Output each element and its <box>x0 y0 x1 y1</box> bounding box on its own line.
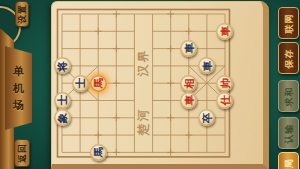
draw-button[interactable]: 求和 <box>278 80 299 112</box>
resign-button[interactable]: 认输 <box>278 117 299 149</box>
piece-char: 馬 <box>93 147 104 158</box>
piece-char: 士 <box>75 78 86 89</box>
piece-black-horse[interactable]: 馬 <box>90 144 107 161</box>
piece-char: 士 <box>57 95 68 106</box>
settings-button[interactable]: 设置 <box>15 1 29 27</box>
piece-char: 馬 <box>93 78 104 89</box>
mode-banner-label: 单机场 <box>13 64 24 113</box>
mode-banner: 单机场 <box>5 46 32 130</box>
piece-red-elephant[interactable]: 相 <box>180 75 197 92</box>
game-screen: 汉界 楚河 将士士象馬車車卒帅仕相馬車車 单机场 设置 返回 联网 保存 求和 … <box>0 0 300 169</box>
save-button[interactable]: 保存 <box>278 42 299 74</box>
online-button[interactable]: 联网 <box>278 7 299 39</box>
board-inner: 汉界 楚河 将士士象馬車車卒帅仕相馬車車 <box>52 2 263 163</box>
piece-char: 仕 <box>220 95 231 106</box>
new-game-button[interactable]: 新局 <box>278 152 299 169</box>
piece-black-advisor-2[interactable]: 士 <box>54 92 71 109</box>
piece-black-advisor-1[interactable]: 士 <box>72 75 89 92</box>
piece-char: 車 <box>184 95 195 106</box>
piece-char: 車 <box>184 43 195 54</box>
xiangqi-board[interactable]: 汉界 楚河 将士士象馬車車卒帅仕相馬車車 <box>51 1 269 169</box>
piece-char: 将 <box>57 61 68 72</box>
piece-char: 車 <box>220 26 231 37</box>
piece-char: 卒 <box>202 113 213 124</box>
piece-char: 象 <box>57 113 68 124</box>
piece-black-general[interactable]: 将 <box>54 57 71 74</box>
piece-red-horse[interactable]: 馬 <box>90 75 107 92</box>
piece-char: 帅 <box>220 78 231 89</box>
back-button[interactable]: 返回 <box>14 139 30 167</box>
piece-char: 車 <box>202 61 213 72</box>
piece-char: 相 <box>184 78 195 89</box>
piece-black-elephant[interactable]: 象 <box>54 109 71 126</box>
